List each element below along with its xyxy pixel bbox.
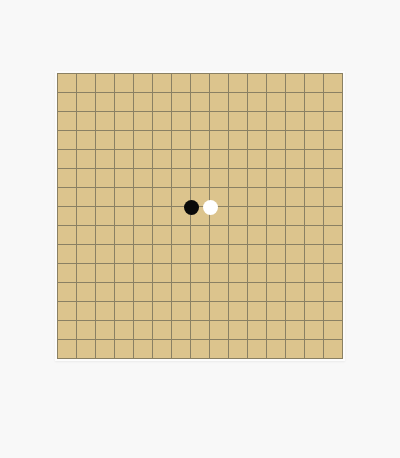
board-cell[interactable] [134,226,153,245]
board-cell[interactable] [77,321,96,340]
board-cell[interactable] [267,340,286,358]
board-cell[interactable] [305,169,324,188]
board-cell[interactable] [134,169,153,188]
board-cell[interactable] [248,226,267,245]
board-cell[interactable] [286,302,305,321]
board-cell[interactable] [210,283,229,302]
board-cell[interactable] [115,340,134,358]
board-cell[interactable] [229,340,248,358]
board-cell[interactable] [248,340,267,358]
board-cell[interactable] [324,93,342,112]
board-cell[interactable] [77,340,96,358]
board-cell[interactable] [286,112,305,131]
board-cell[interactable] [305,188,324,207]
board-cell[interactable] [229,169,248,188]
board-cell[interactable] [134,264,153,283]
board-cell[interactable] [248,150,267,169]
board-cell[interactable] [229,264,248,283]
board-cell[interactable] [134,112,153,131]
board-cell[interactable] [77,302,96,321]
board-cell[interactable] [248,264,267,283]
board-cell[interactable] [153,93,172,112]
board-cell[interactable] [229,226,248,245]
board-cell[interactable] [134,150,153,169]
board-cell[interactable] [191,264,210,283]
board-cell[interactable] [153,169,172,188]
board-cell[interactable] [77,226,96,245]
board-cell[interactable] [191,302,210,321]
board-cell[interactable] [324,207,342,226]
board-cell[interactable] [286,226,305,245]
board-cell[interactable] [58,112,77,131]
board-cell[interactable] [267,131,286,150]
board-cell[interactable] [172,264,191,283]
board-cell[interactable] [305,226,324,245]
board-cell[interactable] [229,321,248,340]
board-cell[interactable] [305,245,324,264]
board-cell[interactable] [286,131,305,150]
board-cell[interactable] [58,245,77,264]
board-cell[interactable] [305,150,324,169]
board-cell[interactable] [305,264,324,283]
board-cell[interactable] [324,188,342,207]
board-cell[interactable] [324,226,342,245]
board-cell[interactable] [191,188,210,207]
board-cell[interactable] [115,207,134,226]
board-cell[interactable] [267,321,286,340]
board-cell[interactable] [286,188,305,207]
board-cell[interactable] [153,264,172,283]
board-cell[interactable] [210,188,229,207]
board-cell[interactable] [229,245,248,264]
board-cell[interactable] [210,264,229,283]
board-cell[interactable] [172,321,191,340]
board-cell[interactable] [229,302,248,321]
board-cell[interactable] [191,74,210,93]
board-cell[interactable] [210,112,229,131]
board-cell[interactable] [248,321,267,340]
board-cell[interactable] [229,283,248,302]
board-cell[interactable] [96,150,115,169]
board-cell[interactable] [153,321,172,340]
board-cell[interactable] [210,131,229,150]
board-cell[interactable] [96,169,115,188]
board-cell[interactable] [172,93,191,112]
board-cell[interactable] [134,302,153,321]
board-cell[interactable] [286,321,305,340]
board-cell[interactable] [324,321,342,340]
board-cell[interactable] [248,245,267,264]
board-cell[interactable] [267,93,286,112]
board-cell[interactable] [58,131,77,150]
board-cell[interactable] [210,302,229,321]
board-cell[interactable] [96,302,115,321]
board-cell[interactable] [248,131,267,150]
board-cell[interactable] [96,93,115,112]
board-cell[interactable] [229,112,248,131]
board-cell[interactable] [229,74,248,93]
board-cell[interactable] [305,283,324,302]
board-cell[interactable] [134,131,153,150]
board-cell[interactable] [324,245,342,264]
board-cell[interactable] [324,302,342,321]
board-cell[interactable] [248,283,267,302]
board-cell[interactable] [96,264,115,283]
board-cell[interactable] [153,112,172,131]
board-cell[interactable] [96,283,115,302]
board-cell[interactable] [115,93,134,112]
board-cell[interactable] [58,150,77,169]
board-cell[interactable] [58,226,77,245]
board-cell[interactable] [267,245,286,264]
board-cell[interactable] [172,188,191,207]
board-cell[interactable] [324,112,342,131]
gomoku-board[interactable] [57,73,343,359]
board-cell[interactable] [172,245,191,264]
board-cell[interactable] [115,302,134,321]
board-cell[interactable] [115,169,134,188]
board-cell[interactable] [267,302,286,321]
board-cell[interactable] [267,150,286,169]
board-cell[interactable] [191,169,210,188]
board-cell[interactable] [229,188,248,207]
board-cell[interactable] [96,188,115,207]
board-cell[interactable] [286,207,305,226]
board-frame [55,71,345,361]
board-cell[interactable] [286,340,305,358]
board-cell[interactable] [248,188,267,207]
board-cell[interactable] [248,74,267,93]
board-cell[interactable] [305,93,324,112]
board-cell[interactable] [153,226,172,245]
board-cell[interactable] [305,321,324,340]
board-cell[interactable] [191,207,210,226]
board-cell[interactable] [305,112,324,131]
board-cell[interactable] [267,169,286,188]
board-cell[interactable] [77,169,96,188]
board-cell[interactable] [267,112,286,131]
board-cell[interactable] [96,321,115,340]
board-cell[interactable] [58,264,77,283]
board-cell[interactable] [134,207,153,226]
board-cell[interactable] [324,74,342,93]
board-cell[interactable] [96,74,115,93]
board-cell[interactable] [229,207,248,226]
board-cell[interactable] [210,321,229,340]
board-cell[interactable] [77,93,96,112]
board-cell[interactable] [77,188,96,207]
board-cell[interactable] [153,131,172,150]
board-cell[interactable] [324,283,342,302]
board-cell[interactable] [305,131,324,150]
board-cell[interactable] [115,112,134,131]
board-cell[interactable] [286,283,305,302]
board-cell[interactable] [134,74,153,93]
board-cell[interactable] [77,245,96,264]
board-cell[interactable] [96,112,115,131]
board-cell[interactable] [134,321,153,340]
board-cell[interactable] [324,340,342,358]
board-cell[interactable] [286,150,305,169]
board-cell[interactable] [286,264,305,283]
board-cell[interactable] [134,340,153,358]
board-cell[interactable] [96,207,115,226]
board-cell[interactable] [248,93,267,112]
board-cell[interactable] [229,131,248,150]
board-cell[interactable] [286,74,305,93]
board-cell[interactable] [305,74,324,93]
board-cell[interactable] [115,226,134,245]
board-cell[interactable] [96,340,115,358]
board-cell[interactable] [153,188,172,207]
board-cell[interactable] [58,74,77,93]
board-cell[interactable] [153,283,172,302]
board-cell[interactable] [134,283,153,302]
board-cell[interactable] [210,245,229,264]
board-cell[interactable] [191,150,210,169]
board-cell[interactable] [172,150,191,169]
board-cell[interactable] [324,169,342,188]
board-cell[interactable] [248,169,267,188]
board-cell[interactable] [58,188,77,207]
board-cell[interactable] [324,264,342,283]
board-cell[interactable] [286,169,305,188]
board-cell[interactable] [191,131,210,150]
board-cell[interactable] [58,207,77,226]
board-cell[interactable] [77,131,96,150]
board-cell[interactable] [77,207,96,226]
board-cell[interactable] [210,169,229,188]
board-cell[interactable] [172,283,191,302]
board-cell[interactable] [153,74,172,93]
board-cell[interactable] [172,169,191,188]
board-cell[interactable] [210,74,229,93]
board-cell[interactable] [58,321,77,340]
board-cell[interactable] [229,150,248,169]
board-cell[interactable] [77,150,96,169]
board-cell[interactable] [248,302,267,321]
board-cell[interactable] [172,112,191,131]
board-cell[interactable] [153,302,172,321]
board-cell[interactable] [248,112,267,131]
board-cell[interactable] [210,207,229,226]
board-cell[interactable] [172,131,191,150]
board-cell[interactable] [324,150,342,169]
board-cell[interactable] [191,112,210,131]
board-cell[interactable] [115,188,134,207]
board-cell[interactable] [286,93,305,112]
board-cell[interactable] [58,340,77,358]
board-cell[interactable] [115,150,134,169]
board-cell[interactable] [153,207,172,226]
board-cell[interactable] [172,302,191,321]
board-cell[interactable] [77,264,96,283]
board-cell[interactable] [58,169,77,188]
board-cell[interactable] [305,207,324,226]
board-cell[interactable] [96,245,115,264]
board-cell[interactable] [191,283,210,302]
board-cell[interactable] [324,131,342,150]
board-cell[interactable] [134,245,153,264]
board-cell[interactable] [191,226,210,245]
board-cell[interactable] [153,340,172,358]
board-cell[interactable] [134,93,153,112]
board-cell[interactable] [96,131,115,150]
board-cell[interactable] [58,93,77,112]
board-cell[interactable] [267,283,286,302]
board-cell[interactable] [305,302,324,321]
board-cell[interactable] [77,74,96,93]
board-cell[interactable] [58,283,77,302]
board-cell[interactable] [305,340,324,358]
board-cell[interactable] [229,93,248,112]
board-cell[interactable] [248,207,267,226]
board-cell[interactable] [115,283,134,302]
board-cell[interactable] [115,321,134,340]
board-cell[interactable] [210,150,229,169]
board-cell[interactable] [191,93,210,112]
board-cell[interactable] [210,226,229,245]
board-cell[interactable] [267,207,286,226]
board-cell[interactable] [267,188,286,207]
board-cell[interactable] [115,131,134,150]
board-cell[interactable] [172,74,191,93]
board-cell[interactable] [153,150,172,169]
board-cell[interactable] [172,207,191,226]
board-cell[interactable] [210,340,229,358]
board-cell[interactable] [115,264,134,283]
board-cell[interactable] [191,321,210,340]
board-cell[interactable] [58,302,77,321]
board-cell[interactable] [77,283,96,302]
board-cell[interactable] [210,93,229,112]
board-cell[interactable] [96,226,115,245]
board-cell[interactable] [172,226,191,245]
board-cell[interactable] [191,245,210,264]
board-cell[interactable] [267,74,286,93]
board-cell[interactable] [267,264,286,283]
board-cell[interactable] [267,226,286,245]
board-cell[interactable] [134,188,153,207]
board-cell[interactable] [77,112,96,131]
board-cell[interactable] [115,74,134,93]
board-cell[interactable] [191,340,210,358]
board-cell[interactable] [286,245,305,264]
board-cell[interactable] [115,245,134,264]
board-cell[interactable] [172,340,191,358]
board-cell[interactable] [153,245,172,264]
